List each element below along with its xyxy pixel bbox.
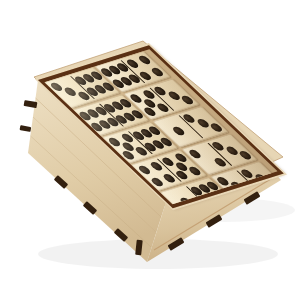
pip [120, 141, 136, 151]
pip [209, 123, 225, 133]
pip [187, 149, 203, 159]
pip [238, 150, 254, 160]
domino-box-scene [0, 0, 300, 300]
pip [137, 165, 153, 175]
pip [171, 126, 187, 136]
pip [120, 150, 136, 160]
pip [137, 55, 153, 65]
pip [107, 137, 123, 147]
pip [48, 82, 64, 92]
pip [149, 177, 165, 187]
pip [180, 95, 196, 105]
pip [149, 67, 165, 77]
finger-joint [20, 125, 32, 132]
pip [142, 98, 158, 108]
pip [224, 145, 240, 155]
pip [195, 118, 211, 128]
pip [166, 90, 182, 100]
pip [173, 161, 189, 171]
pip [62, 86, 78, 96]
